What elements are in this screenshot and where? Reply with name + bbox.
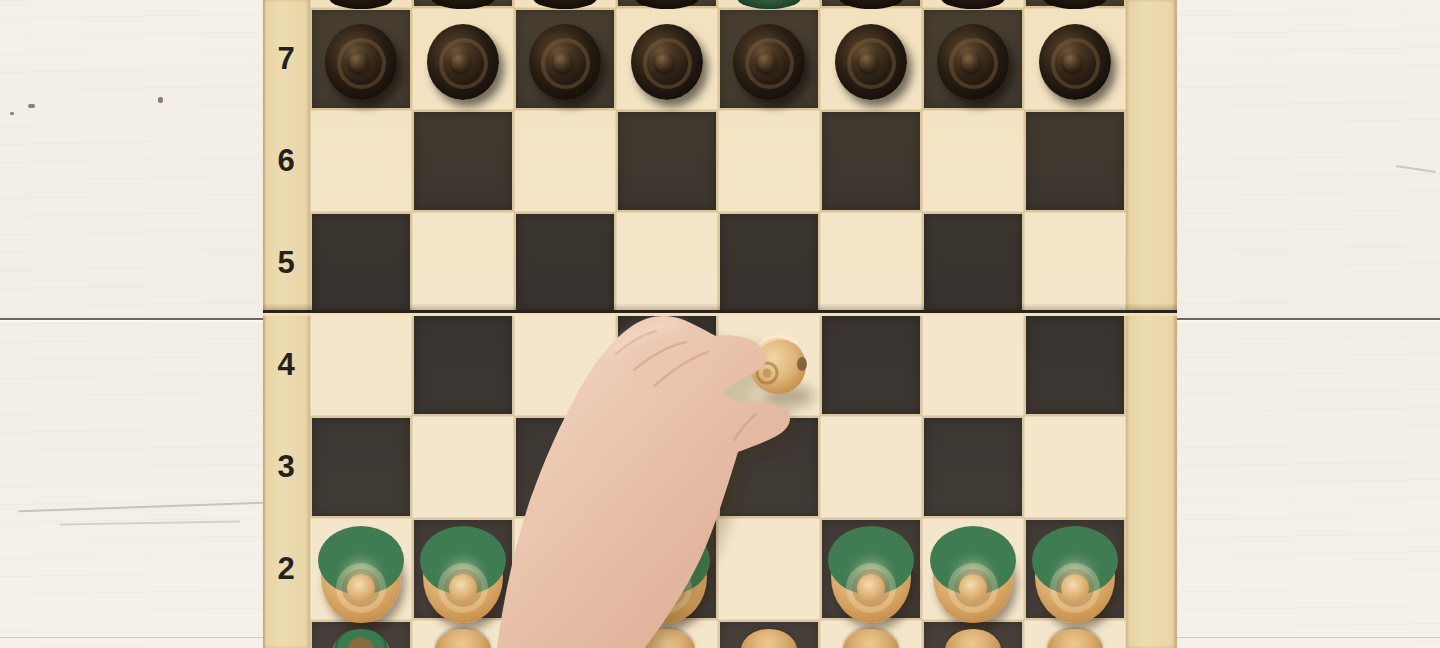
hand-placing-pawn	[0, 0, 1440, 648]
chess-photo-scene: 765432 ♟♟♟♟♟♟♟♟♙♙♙♙♙♙♙	[0, 0, 1440, 648]
hand-outline	[497, 316, 790, 648]
